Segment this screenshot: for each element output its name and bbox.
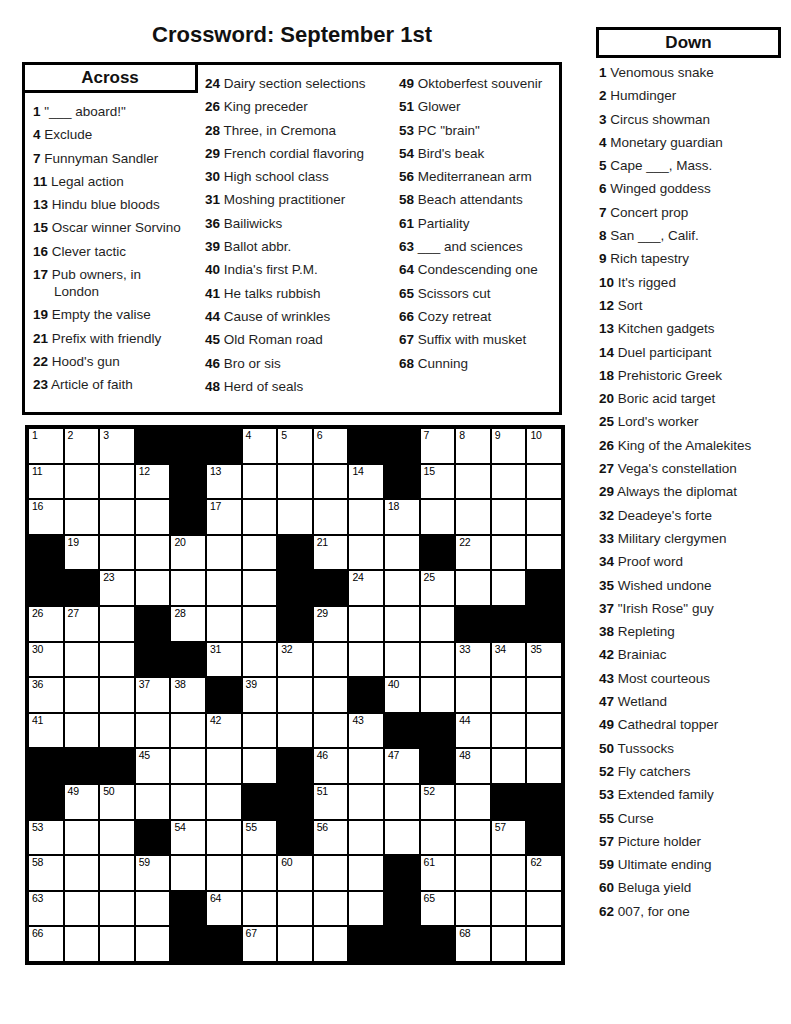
grid-cell[interactable]: 42 <box>207 714 241 748</box>
clue-number: 24 <box>205 76 220 91</box>
grid-cell[interactable] <box>349 856 383 890</box>
grid-cell[interactable] <box>314 465 348 499</box>
grid-cell[interactable]: 37 <box>136 678 170 712</box>
grid-cell[interactable] <box>171 714 205 748</box>
grid-cell[interactable]: 20 <box>171 536 205 570</box>
grid-cell[interactable] <box>492 892 526 926</box>
grid-cell-black <box>278 536 312 570</box>
grid-cell[interactable] <box>136 714 170 748</box>
grid-cell[interactable]: 14 <box>349 465 383 499</box>
clue-number: 60 <box>599 880 614 895</box>
grid-cell[interactable] <box>527 749 561 783</box>
grid-cell[interactable]: 21 <box>314 536 348 570</box>
grid-cell[interactable]: 47 <box>385 749 419 783</box>
grid-cell[interactable]: 7 <box>421 429 455 463</box>
clue-number: 12 <box>599 298 614 313</box>
grid-cell[interactable] <box>314 892 348 926</box>
grid-cell[interactable] <box>527 500 561 534</box>
grid-cell[interactable] <box>385 821 419 855</box>
clue-number: 38 <box>599 624 614 639</box>
cell-number: 44 <box>459 715 470 726</box>
clue-item: 13 Kitchen gadgets <box>599 320 791 337</box>
grid-cell[interactable]: 48 <box>456 749 490 783</box>
cell-number: 31 <box>210 644 221 655</box>
grid-cell[interactable]: 5 <box>278 429 312 463</box>
cell-number: 6 <box>317 430 323 441</box>
grid-cell[interactable] <box>492 927 526 961</box>
grid-cell[interactable]: 50 <box>100 785 134 819</box>
grid-cell[interactable] <box>243 500 277 534</box>
cell-number: 16 <box>32 501 43 512</box>
across-clues-column-2: 24 Dairy section selections26 King prece… <box>205 75 399 401</box>
grid-cell[interactable]: 59 <box>136 856 170 890</box>
grid-cell-black <box>349 678 383 712</box>
clue-number: 15 <box>33 220 48 235</box>
clue-number: 21 <box>33 331 48 346</box>
grid-cell[interactable] <box>100 714 134 748</box>
grid-cell[interactable] <box>171 749 205 783</box>
clue-number: 36 <box>205 216 220 231</box>
grid-cell-black <box>171 500 205 534</box>
clue-number: 52 <box>599 764 614 779</box>
grid-cell[interactable]: 44 <box>456 714 490 748</box>
grid-cell[interactable] <box>385 536 419 570</box>
grid-cell[interactable]: 35 <box>527 643 561 677</box>
cell-number: 54 <box>174 822 185 833</box>
clue-item: 32 Deadeye's forte <box>599 507 791 524</box>
grid-cell[interactable] <box>136 536 170 570</box>
clue-number: 25 <box>599 414 614 429</box>
grid-cell[interactable]: 40 <box>385 678 419 712</box>
grid-cell[interactable]: 49 <box>65 785 99 819</box>
grid-cell-black <box>527 607 561 641</box>
grid-cell[interactable] <box>349 749 383 783</box>
grid-cell[interactable] <box>527 927 561 961</box>
cell-number: 50 <box>103 786 114 797</box>
cell-number: 24 <box>352 572 363 583</box>
grid-cell[interactable] <box>349 785 383 819</box>
grid-cell[interactable]: 27 <box>65 607 99 641</box>
grid-cell-black <box>207 429 241 463</box>
grid-cell-black <box>278 607 312 641</box>
cell-number: 59 <box>139 857 150 868</box>
grid-cell[interactable]: 3 <box>100 429 134 463</box>
clue-item: 33 Military clergymen <box>599 530 791 547</box>
clue-item: 68 Cunning <box>399 355 561 372</box>
grid-cell[interactable] <box>349 500 383 534</box>
clue-number: 51 <box>399 99 414 114</box>
grid-cell[interactable] <box>456 785 490 819</box>
clue-item: 17 Pub owners, in London <box>33 266 207 300</box>
grid-cell[interactable] <box>314 678 348 712</box>
cell-number: 36 <box>32 679 43 690</box>
clue-item: 6 Winged goddess <box>599 180 791 197</box>
grid-cell[interactable]: 8 <box>456 429 490 463</box>
clue-item: 1 Venomous snake <box>599 64 791 81</box>
grid-cell[interactable]: 34 <box>492 643 526 677</box>
grid-cell[interactable]: 51 <box>314 785 348 819</box>
grid-cell[interactable] <box>456 821 490 855</box>
grid-cell[interactable] <box>171 856 205 890</box>
grid-cell[interactable] <box>314 856 348 890</box>
clue-number: 22 <box>33 354 48 369</box>
grid-cell[interactable]: 19 <box>65 536 99 570</box>
grid-cell[interactable] <box>65 500 99 534</box>
cell-number: 38 <box>174 679 185 690</box>
grid-cell[interactable]: 65 <box>421 892 455 926</box>
grid-cell-black <box>136 429 170 463</box>
grid-cell[interactable]: 2 <box>65 429 99 463</box>
clue-item: 22 Hood's gun <box>33 353 207 370</box>
grid-cell[interactable]: 60 <box>278 856 312 890</box>
grid-cell[interactable]: 29 <box>314 607 348 641</box>
clue-number: 50 <box>599 741 614 756</box>
clue-item: 2 Humdinger <box>599 87 791 104</box>
grid-cell[interactable] <box>100 643 134 677</box>
clue-item: 42 Brainiac <box>599 646 791 663</box>
cell-number: 30 <box>32 644 43 655</box>
cell-number: 49 <box>68 786 79 797</box>
grid-cell[interactable]: 12 <box>136 465 170 499</box>
clue-item: 18 Prehistoric Greek <box>599 367 791 384</box>
grid-cell[interactable] <box>456 678 490 712</box>
clue-item: 28 Three, in Cremona <box>205 122 399 139</box>
cell-number: 57 <box>495 822 506 833</box>
cell-number: 56 <box>317 822 328 833</box>
clue-item: 52 Fly catchers <box>599 763 791 780</box>
across-clues-column-3: 49 Oktoberfest souvenir51 Glower53 PC "b… <box>399 75 561 378</box>
grid-cell[interactable] <box>492 678 526 712</box>
grid-cell[interactable] <box>492 571 526 605</box>
clue-number: 42 <box>599 647 614 662</box>
grid-cell[interactable] <box>314 500 348 534</box>
crossword-grid: 1234567891011121314151617181920212223242… <box>25 425 565 965</box>
grid-cell[interactable] <box>349 536 383 570</box>
grid-cell[interactable] <box>456 571 490 605</box>
grid-cell[interactable] <box>65 927 99 961</box>
clue-item: 26 King of the Amalekites <box>599 437 791 454</box>
clue-number: 18 <box>599 368 614 383</box>
grid-cell[interactable]: 39 <box>243 678 277 712</box>
clue-item: 49 Oktoberfest souvenir <box>399 75 561 92</box>
grid-cell[interactable] <box>136 785 170 819</box>
clue-item: 53 Extended family <box>599 786 791 803</box>
grid-cell[interactable] <box>278 500 312 534</box>
cell-number: 5 <box>281 430 287 441</box>
clue-number: 7 <box>33 151 41 166</box>
grid-cell[interactable] <box>136 500 170 534</box>
grid-cell[interactable] <box>492 749 526 783</box>
grid-cell[interactable]: 23 <box>100 571 134 605</box>
grid-cell[interactable] <box>136 927 170 961</box>
grid-cell[interactable] <box>314 927 348 961</box>
grid-cell[interactable] <box>207 856 241 890</box>
grid-cell-black <box>29 571 63 605</box>
grid-cell-black <box>29 785 63 819</box>
grid-cell[interactable]: 28 <box>171 607 205 641</box>
grid-cell[interactable] <box>100 607 134 641</box>
down-clues-list: 1 Venomous snake2 Humdinger3 Circus show… <box>599 64 791 926</box>
grid-cell[interactable]: 6 <box>314 429 348 463</box>
grid-cell[interactable]: 1 <box>29 429 63 463</box>
grid-cell[interactable]: 4 <box>243 429 277 463</box>
grid-cell[interactable]: 33 <box>456 643 490 677</box>
grid-cell[interactable] <box>278 714 312 748</box>
cell-number: 63 <box>32 893 43 904</box>
grid-cell[interactable] <box>65 465 99 499</box>
grid-cell[interactable] <box>456 856 490 890</box>
grid-cell[interactable] <box>100 821 134 855</box>
grid-cell[interactable] <box>278 927 312 961</box>
cell-number: 13 <box>210 466 221 477</box>
clue-item: 43 Most courteous <box>599 670 791 687</box>
clue-number: 13 <box>33 197 48 212</box>
grid-cell[interactable]: 13 <box>207 465 241 499</box>
clue-number: 53 <box>599 787 614 802</box>
grid-cell-black <box>456 607 490 641</box>
grid-cell[interactable]: 17 <box>207 500 241 534</box>
clue-item: 29 Always the diplomat <box>599 483 791 500</box>
grid-cell[interactable] <box>243 536 277 570</box>
grid-cell[interactable] <box>171 785 205 819</box>
clue-item: 64 Condescending one <box>399 261 561 278</box>
grid-cell[interactable] <box>65 892 99 926</box>
grid-cell[interactable] <box>171 571 205 605</box>
grid-cell[interactable] <box>65 821 99 855</box>
grid-cell-black <box>171 892 205 926</box>
grid-cell[interactable]: 43 <box>349 714 383 748</box>
grid-cell[interactable] <box>100 678 134 712</box>
clue-item: 27 Vega's constellation <box>599 460 791 477</box>
grid-cell[interactable] <box>385 643 419 677</box>
grid-cell[interactable]: 24 <box>349 571 383 605</box>
grid-cell[interactable] <box>456 500 490 534</box>
grid-cell[interactable] <box>207 749 241 783</box>
grid-cell[interactable]: 56 <box>314 821 348 855</box>
grid-cell[interactable] <box>527 465 561 499</box>
grid-cell[interactable]: 9 <box>492 429 526 463</box>
grid-cell[interactable] <box>349 892 383 926</box>
grid-cell[interactable]: 31 <box>207 643 241 677</box>
grid-cell[interactable]: 54 <box>171 821 205 855</box>
grid-cell[interactable] <box>349 607 383 641</box>
grid-cell[interactable] <box>385 607 419 641</box>
across-header: Across <box>22 62 198 93</box>
grid-cell[interactable] <box>492 465 526 499</box>
clue-number: 62 <box>599 904 614 919</box>
grid-cell[interactable] <box>243 465 277 499</box>
grid-cell[interactable] <box>492 714 526 748</box>
grid-cell[interactable] <box>100 465 134 499</box>
clue-item: 5 Cape ___, Mass. <box>599 157 791 174</box>
cell-number: 51 <box>317 786 328 797</box>
clue-item: 26 King preceder <box>205 98 399 115</box>
grid-cell[interactable] <box>492 500 526 534</box>
grid-cell-black <box>171 927 205 961</box>
grid-cell[interactable] <box>100 856 134 890</box>
grid-cell[interactable] <box>243 892 277 926</box>
clue-number: 49 <box>599 717 614 732</box>
grid-cell[interactable]: 63 <box>29 892 63 926</box>
grid-cell-black <box>385 465 419 499</box>
grid-cell-black <box>527 785 561 819</box>
grid-cell[interactable] <box>243 856 277 890</box>
grid-cell[interactable] <box>207 536 241 570</box>
grid-cell[interactable] <box>278 465 312 499</box>
grid-cell-black <box>421 927 455 961</box>
grid-cell[interactable] <box>207 785 241 819</box>
grid-cell[interactable] <box>243 571 277 605</box>
grid-cell[interactable] <box>385 571 419 605</box>
grid-cell[interactable] <box>314 714 348 748</box>
grid-cell[interactable] <box>278 678 312 712</box>
grid-cell[interactable] <box>243 643 277 677</box>
clue-item: 20 Boric acid target <box>599 390 791 407</box>
grid-cell[interactable]: 62 <box>527 856 561 890</box>
grid-cell[interactable] <box>136 571 170 605</box>
grid-cell[interactable]: 18 <box>385 500 419 534</box>
cell-number: 55 <box>246 822 257 833</box>
clue-number: 8 <box>599 228 607 243</box>
grid-cell[interactable] <box>421 500 455 534</box>
cell-number: 17 <box>210 501 221 512</box>
grid-cell[interactable] <box>385 785 419 819</box>
grid-cell[interactable] <box>243 607 277 641</box>
clue-item: 7 Concert prop <box>599 204 791 221</box>
clue-number: 48 <box>205 379 220 394</box>
clue-item: 19 Empty the valise <box>33 306 207 323</box>
clue-number: 27 <box>599 461 614 476</box>
clue-item: 65 Scissors cut <box>399 285 561 302</box>
grid-cell-black <box>492 607 526 641</box>
clue-number: 64 <box>399 262 414 277</box>
grid-cell[interactable] <box>527 892 561 926</box>
clue-number: 34 <box>599 554 614 569</box>
cell-number: 12 <box>139 466 150 477</box>
grid-cell[interactable]: 46 <box>314 749 348 783</box>
clue-number: 46 <box>205 356 220 371</box>
grid-cell[interactable]: 41 <box>29 714 63 748</box>
clue-item: 58 Beach attendants <box>399 191 561 208</box>
grid-cell[interactable]: 45 <box>136 749 170 783</box>
clue-number: 33 <box>599 531 614 546</box>
grid-cell[interactable] <box>100 536 134 570</box>
page-title: Crossword: September 1st <box>22 22 562 48</box>
grid-cell[interactable] <box>100 500 134 534</box>
clue-number: 19 <box>33 307 48 322</box>
grid-cell-black <box>171 429 205 463</box>
cell-number: 46 <box>317 750 328 761</box>
grid-cell-black <box>492 785 526 819</box>
grid-cell[interactable] <box>456 892 490 926</box>
clue-item: 12 Sort <box>599 297 791 314</box>
grid-cell[interactable] <box>349 643 383 677</box>
grid-cell[interactable]: 64 <box>207 892 241 926</box>
grid-cell[interactable] <box>492 856 526 890</box>
grid-cell[interactable]: 55 <box>243 821 277 855</box>
grid-cell[interactable] <box>492 536 526 570</box>
grid-cell[interactable]: 32 <box>278 643 312 677</box>
cell-number: 25 <box>424 572 435 583</box>
grid-cell[interactable]: 66 <box>29 927 63 961</box>
clue-number: 9 <box>599 251 607 266</box>
grid-cell[interactable] <box>207 607 241 641</box>
grid-cell[interactable]: 68 <box>456 927 490 961</box>
grid-cell[interactable]: 16 <box>29 500 63 534</box>
grid-cell[interactable]: 22 <box>456 536 490 570</box>
clue-item: 25 Lord's worker <box>599 413 791 430</box>
grid-cell[interactable]: 38 <box>171 678 205 712</box>
grid-cell[interactable]: 26 <box>29 607 63 641</box>
clue-item: 23 Article of faith <box>33 376 207 393</box>
grid-cell[interactable]: 36 <box>29 678 63 712</box>
cell-number: 10 <box>530 430 541 441</box>
grid-cell[interactable] <box>421 821 455 855</box>
grid-cell[interactable]: 25 <box>421 571 455 605</box>
grid-cell[interactable]: 10 <box>527 429 561 463</box>
grid-cell[interactable] <box>421 678 455 712</box>
grid-cell[interactable] <box>65 678 99 712</box>
cell-number: 26 <box>32 608 43 619</box>
clue-item: 66 Cozy retreat <box>399 308 561 325</box>
grid-cell[interactable] <box>100 892 134 926</box>
cell-number: 52 <box>424 786 435 797</box>
grid-cell[interactable] <box>65 856 99 890</box>
grid-cell[interactable]: 30 <box>29 643 63 677</box>
grid-cell-black <box>278 785 312 819</box>
clue-number: 2 <box>599 88 607 103</box>
grid-cell[interactable] <box>207 821 241 855</box>
grid-cell[interactable]: 67 <box>243 927 277 961</box>
cell-number: 4 <box>246 430 252 441</box>
cell-number: 33 <box>459 644 470 655</box>
clue-item: 53 PC "brain" <box>399 122 561 139</box>
grid-cell[interactable] <box>456 465 490 499</box>
clue-number: 41 <box>205 286 220 301</box>
grid-cell[interactable] <box>527 536 561 570</box>
clue-number: 68 <box>399 356 414 371</box>
grid-cell[interactable] <box>349 821 383 855</box>
grid-cell[interactable] <box>65 643 99 677</box>
grid-cell[interactable]: 53 <box>29 821 63 855</box>
grid-cell[interactable]: 57 <box>492 821 526 855</box>
clue-item: 63 ___ and sciences <box>399 238 561 255</box>
grid-cell[interactable]: 61 <box>421 856 455 890</box>
grid-cell[interactable]: 15 <box>421 465 455 499</box>
clue-number: 13 <box>599 321 614 336</box>
grid-cell[interactable] <box>421 607 455 641</box>
grid-cell[interactable] <box>421 643 455 677</box>
grid-cell[interactable] <box>278 892 312 926</box>
grid-cell[interactable] <box>100 927 134 961</box>
grid-cell-black <box>65 571 99 605</box>
grid-cell[interactable]: 11 <box>29 465 63 499</box>
clue-number: 29 <box>205 146 220 161</box>
grid-cell[interactable] <box>207 571 241 605</box>
grid-cell[interactable] <box>243 714 277 748</box>
clue-item: 54 Bird's beak <box>399 145 561 162</box>
grid-cell[interactable] <box>243 749 277 783</box>
grid-cell[interactable]: 58 <box>29 856 63 890</box>
grid-cell[interactable] <box>136 892 170 926</box>
clue-number: 5 <box>599 158 607 173</box>
cell-number: 53 <box>32 822 43 833</box>
grid-cell[interactable] <box>527 714 561 748</box>
grid-cell[interactable]: 52 <box>421 785 455 819</box>
grid-cell[interactable] <box>527 678 561 712</box>
grid-cell[interactable] <box>65 714 99 748</box>
grid-cell[interactable] <box>314 643 348 677</box>
